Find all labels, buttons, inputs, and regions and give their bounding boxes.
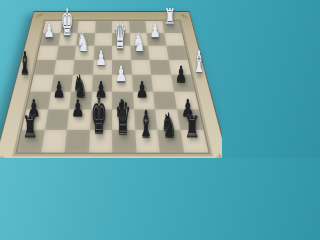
square-g5[interactable] — [50, 75, 72, 92]
square-e6[interactable] — [90, 92, 112, 110]
square-d8[interactable] — [112, 130, 136, 152]
square-g7[interactable] — [44, 110, 69, 130]
square-f8[interactable] — [64, 130, 89, 152]
square-b7[interactable] — [155, 110, 180, 130]
square-d2[interactable] — [112, 33, 130, 46]
square-g6[interactable] — [47, 92, 71, 110]
square-e8[interactable] — [88, 130, 112, 152]
square-a7[interactable] — [176, 110, 202, 130]
square-d4[interactable] — [112, 60, 132, 75]
square-c3[interactable] — [130, 46, 150, 60]
square-h2[interactable] — [40, 33, 60, 46]
chess-board: «« «« «« «« — [0, 11, 222, 158]
square-e2[interactable] — [94, 33, 112, 46]
square-f6[interactable] — [69, 92, 92, 110]
square-e1[interactable] — [94, 21, 111, 33]
square-h6[interactable] — [26, 92, 51, 110]
square-c2[interactable] — [129, 33, 148, 46]
square-b6[interactable] — [153, 92, 177, 110]
square-e7[interactable] — [89, 110, 112, 130]
border-chevron-ornament: «« — [32, 12, 43, 19]
square-c1[interactable] — [128, 21, 146, 33]
square-f7[interactable] — [67, 110, 91, 130]
square-a8[interactable] — [180, 130, 208, 152]
square-h5[interactable] — [30, 75, 53, 92]
square-d5[interactable] — [112, 75, 133, 92]
square-g2[interactable] — [58, 33, 77, 46]
square-a2[interactable] — [164, 33, 184, 46]
square-a3[interactable] — [166, 46, 187, 60]
square-b3[interactable] — [148, 46, 168, 60]
square-c4[interactable] — [131, 60, 152, 75]
game-viewport: «« «« «« «« ♚♛♜♞♞♟♟♟♟♚♛♜♜♝♞♞♟♟♟♟♟♟♟♟♝♝ — [0, 0, 222, 158]
square-c7[interactable] — [133, 110, 157, 130]
square-g4[interactable] — [53, 60, 74, 75]
square-f5[interactable] — [71, 75, 92, 92]
square-a1[interactable] — [162, 21, 181, 33]
border-chevron-ornament: «« — [209, 152, 222, 158]
board-grid — [16, 21, 207, 152]
square-b8[interactable] — [157, 130, 183, 152]
square-e5[interactable] — [91, 75, 112, 92]
square-h7[interactable] — [21, 110, 47, 130]
square-f2[interactable] — [76, 33, 95, 46]
square-d6[interactable] — [112, 92, 134, 110]
square-h4[interactable] — [33, 60, 55, 75]
square-h1[interactable] — [42, 21, 61, 33]
border-chevron-ornament: «« — [0, 152, 11, 158]
square-c5[interactable] — [131, 75, 152, 92]
square-h8[interactable] — [16, 130, 43, 152]
square-c6[interactable] — [132, 92, 155, 110]
border-chevron-ornament: «« — [177, 12, 188, 19]
square-b5[interactable] — [151, 75, 173, 92]
square-a5[interactable] — [171, 75, 194, 92]
square-f1[interactable] — [77, 21, 95, 33]
square-d7[interactable] — [112, 110, 135, 130]
square-g3[interactable] — [55, 46, 75, 60]
square-b2[interactable] — [146, 33, 165, 46]
square-g8[interactable] — [40, 130, 66, 152]
square-b1[interactable] — [145, 21, 164, 33]
square-a6[interactable] — [173, 92, 198, 110]
square-c8[interactable] — [135, 130, 160, 152]
square-b4[interactable] — [149, 60, 170, 75]
square-h3[interactable] — [36, 46, 57, 60]
square-g1[interactable] — [60, 21, 79, 33]
square-f3[interactable] — [74, 46, 94, 60]
square-f4[interactable] — [72, 60, 92, 75]
square-e3[interactable] — [93, 46, 112, 60]
square-e4[interactable] — [92, 60, 112, 75]
square-a4[interactable] — [168, 60, 190, 75]
square-d1[interactable] — [112, 21, 129, 33]
square-d3[interactable] — [112, 46, 131, 60]
